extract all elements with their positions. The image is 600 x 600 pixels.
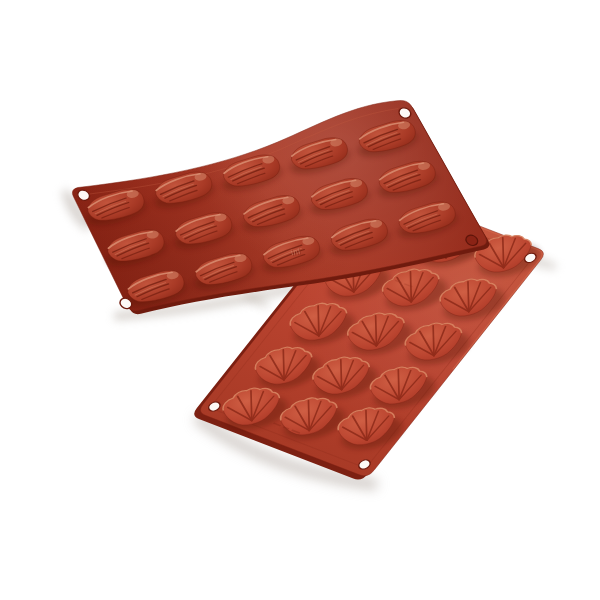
molds-illustration: ini ini <box>0 0 600 600</box>
product-photo: ini ini <box>0 0 600 600</box>
